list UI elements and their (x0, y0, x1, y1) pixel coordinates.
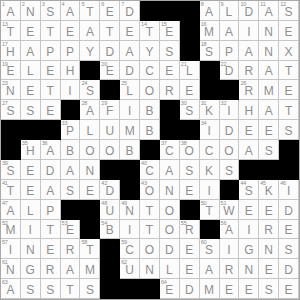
cell-letter: N (1, 85, 20, 98)
cell-letter: R (220, 264, 239, 277)
cell-r10c1[interactable]: 41T (1, 180, 21, 200)
cell-r3c6[interactable]: D (100, 41, 120, 61)
cell-r5c5[interactable]: 24S (80, 80, 100, 100)
cell-r7c14[interactable]: E (259, 120, 279, 140)
clue-number: 39 (2, 160, 8, 166)
cell-r15c1[interactable]: 63A (1, 279, 21, 299)
cell-r15c14[interactable]: S (259, 279, 279, 299)
cell-r12c15[interactable]: E (279, 220, 299, 240)
cell-r14c2[interactable]: G (21, 259, 41, 279)
cell-r5c8[interactable]: O (140, 80, 160, 100)
cell-r12c1[interactable]: 52M (1, 220, 21, 240)
cell-r3c9[interactable]: S (160, 41, 180, 61)
cell-r13c2[interactable]: N (21, 239, 41, 259)
cell-r13c10[interactable]: E (180, 239, 200, 259)
cell-r5c9[interactable]: R (160, 80, 180, 100)
black-cell-r9c15 (279, 160, 299, 180)
cell-r11c2[interactable]: L (21, 200, 41, 220)
cell-letter: E (21, 165, 40, 178)
cell-r1c5[interactable]: 5T (80, 1, 100, 21)
cell-letter: A (239, 46, 258, 59)
cell-r12c9[interactable]: O (160, 220, 180, 240)
clue-number: 51 (221, 200, 227, 206)
cell-letter: T (41, 224, 60, 237)
black-cell-r9c6 (100, 160, 120, 180)
cell-r6c11[interactable]: 31K (200, 100, 220, 120)
cell-r12c4[interactable]: 53E (61, 220, 81, 240)
cell-r15c3[interactable]: S (41, 279, 61, 299)
cell-r5c3[interactable]: T (41, 80, 61, 100)
cell-r2c7[interactable]: E (120, 21, 140, 41)
cell-letter: E (259, 264, 278, 277)
cell-r13c7[interactable]: 59C (120, 239, 140, 259)
cell-r5c2[interactable]: E (21, 80, 41, 100)
clue-number: 59 (121, 239, 127, 245)
cell-r10c6[interactable]: 42D (100, 180, 120, 200)
cell-r10c14[interactable]: 45K (259, 180, 279, 200)
cell-letter: Y (140, 46, 159, 59)
cell-letter: A (160, 165, 179, 178)
cell-letter: T (1, 185, 20, 198)
cell-r8c11[interactable]: C (200, 140, 220, 160)
cell-r15c5[interactable]: S (80, 279, 100, 299)
cell-letter: L (80, 125, 99, 138)
clue-number: 35 (22, 140, 28, 146)
clue-number: 24 (81, 80, 87, 86)
cell-r13c1[interactable]: 57I (1, 239, 21, 259)
cell-r13c9[interactable]: D (160, 239, 180, 259)
cell-letter: A (61, 165, 80, 178)
cell-letter: I (21, 224, 40, 237)
cell-r6c14[interactable]: A (259, 100, 279, 120)
cell-letter: E (80, 185, 99, 198)
cell-r7c5[interactable]: L (80, 120, 100, 140)
cell-r14c15[interactable]: D (279, 259, 299, 279)
cell-r3c5[interactable]: Y (80, 41, 100, 61)
cell-letter: O (140, 85, 159, 98)
cell-r5c13[interactable]: 26R (239, 80, 259, 100)
cell-r15c2[interactable]: S (21, 279, 41, 299)
cell-r11c3[interactable]: P (41, 200, 61, 220)
black-cell-r7c9 (160, 120, 180, 140)
cell-r5c7[interactable]: 25L (120, 80, 140, 100)
cell-r13c14[interactable]: N (259, 239, 279, 259)
cell-r8c2[interactable]: 35H (21, 140, 41, 160)
cell-r3c4[interactable]: P (61, 41, 81, 61)
cell-letter: B (100, 224, 119, 237)
cell-letter: C (120, 244, 139, 257)
cell-r13c11[interactable]: 60S (200, 239, 220, 259)
cell-r9c12[interactable]: S (220, 160, 240, 180)
clue-number: 55 (181, 220, 187, 226)
cell-r2c15[interactable]: E (279, 21, 299, 41)
cell-letter: A (200, 264, 219, 277)
cell-r4c9[interactable]: E (160, 61, 180, 81)
cell-r12c7[interactable]: I (120, 220, 140, 240)
clue-number: 3 (42, 1, 45, 7)
cell-r15c9[interactable]: 64E (160, 279, 180, 299)
cell-r14c14[interactable]: E (259, 259, 279, 279)
cell-r7c11[interactable]: 34I (200, 120, 220, 140)
cell-r4c7[interactable]: D (120, 61, 140, 81)
cell-letter: N (80, 165, 99, 178)
cell-r4c13[interactable]: R (239, 61, 259, 81)
cell-r11c15[interactable]: D (279, 200, 299, 220)
clue-number: 37 (161, 140, 167, 146)
cell-letter: A (259, 65, 278, 78)
cell-r10c15[interactable]: 46I (279, 180, 299, 200)
cell-r14c8[interactable]: N (140, 259, 160, 279)
cell-r4c12[interactable]: 22D (220, 61, 240, 81)
cell-r7c13[interactable]: E (239, 120, 259, 140)
cell-r1c11[interactable]: 8A (200, 1, 220, 21)
cell-r4c2[interactable]: L (21, 61, 41, 81)
cell-r3c15[interactable]: X (279, 41, 299, 61)
cell-r2c2[interactable]: E (21, 21, 41, 41)
cell-letter: M (259, 85, 278, 98)
cell-r9c3[interactable]: D (41, 160, 61, 180)
cell-r6c2[interactable]: S (21, 100, 41, 120)
cell-letter: B (140, 105, 159, 118)
black-cell-r5c6 (100, 80, 120, 100)
cell-letter: H (1, 46, 20, 59)
cell-r9c1[interactable]: 39S (1, 160, 21, 180)
cell-r11c8[interactable]: T (140, 200, 160, 220)
cell-r1c7[interactable]: 7D (120, 1, 140, 21)
cell-r14c12[interactable]: R (220, 259, 240, 279)
cell-letter: N (160, 185, 179, 198)
cell-r14c3[interactable]: R (41, 259, 61, 279)
cell-r1c12[interactable]: 9L (220, 1, 240, 21)
cell-letter: O (100, 145, 119, 158)
cell-r8c13[interactable]: A (239, 140, 259, 160)
cell-r10c4[interactable]: S (61, 180, 81, 200)
cell-r11c13[interactable]: E (239, 200, 259, 220)
clue-number: 36 (42, 140, 48, 146)
cell-r11c6[interactable]: 48U (100, 200, 120, 220)
cell-r6c13[interactable]: H (239, 100, 259, 120)
cell-letter: D (100, 46, 119, 59)
cell-letter: N (21, 6, 40, 19)
cell-letter: E (220, 284, 239, 297)
cell-r8c3[interactable]: 36A (41, 140, 61, 160)
cell-letter: N (259, 26, 278, 39)
cell-r13c15[interactable]: S (279, 239, 299, 259)
cell-letter: X (279, 46, 298, 59)
cell-r3c13[interactable]: A (239, 41, 259, 61)
cell-r7c7[interactable]: M (120, 120, 140, 140)
cell-r1c14[interactable]: 11A (259, 1, 279, 21)
cell-r13c5[interactable]: 58T (80, 239, 100, 259)
cell-letter: F (100, 105, 119, 118)
cell-letter: S (279, 125, 298, 138)
cell-r2c8[interactable]: 14T (140, 21, 160, 41)
cell-r5c4[interactable]: I (61, 80, 81, 100)
cell-r9c5[interactable]: N (80, 160, 100, 180)
cell-r15c15[interactable]: E (279, 279, 299, 299)
cell-r10c8[interactable]: 43O (140, 180, 160, 200)
cell-r1c6[interactable]: 6E (100, 1, 120, 21)
cell-r13c12[interactable]: I (220, 239, 240, 259)
cell-r10c9[interactable]: N (160, 180, 180, 200)
cell-r9c4[interactable]: A (61, 160, 81, 180)
cell-r2c4[interactable]: E (61, 21, 81, 41)
cell-letter: A (1, 6, 20, 19)
cell-letter: R (259, 224, 278, 237)
cell-letter: P (220, 46, 239, 59)
cell-r14c9[interactable]: L (160, 259, 180, 279)
cell-r15c10[interactable]: D (180, 279, 200, 299)
clue-number: 6 (101, 1, 104, 7)
cell-r8c5[interactable]: O (80, 140, 100, 160)
cell-r8c6[interactable]: O (100, 140, 120, 160)
cell-r11c11[interactable]: 50T (200, 200, 220, 220)
cell-r8c9[interactable]: 37C (160, 140, 180, 160)
cell-r14c4[interactable]: A (61, 259, 81, 279)
clue-number: 61 (2, 259, 8, 265)
clue-number: 13 (2, 21, 8, 27)
cell-letter: O (80, 145, 99, 158)
cell-r8c12[interactable]: O (220, 140, 240, 160)
cell-letter: T (80, 6, 99, 19)
cell-r4c10[interactable]: 21L (180, 61, 200, 81)
cell-r10c2[interactable]: E (21, 180, 41, 200)
cell-r8c7[interactable]: B (120, 140, 140, 160)
cell-letter: T (140, 224, 159, 237)
cell-letter: S (259, 284, 278, 297)
cell-r6c8[interactable]: B (140, 100, 160, 120)
cell-letter: E (100, 6, 119, 19)
clue-number: 8 (201, 1, 204, 7)
cell-letter: S (160, 46, 179, 59)
cell-letter: L (220, 6, 239, 19)
cell-r14c1[interactable]: 61N (1, 259, 21, 279)
cell-r3c14[interactable]: N (259, 41, 279, 61)
cell-letter: I (279, 185, 298, 198)
cell-letter: E (160, 65, 179, 78)
cell-r3c12[interactable]: P (220, 41, 240, 61)
cell-letter: E (239, 284, 258, 297)
cell-r5c15[interactable]: E (279, 80, 299, 100)
clue-number: 15 (161, 21, 167, 27)
cell-letter: A (1, 284, 20, 297)
cell-letter: L (21, 65, 40, 78)
cell-letter: Y (80, 46, 99, 59)
cell-r11c14[interactable]: E (259, 200, 279, 220)
cell-r2c6[interactable]: T (100, 21, 120, 41)
cell-letter: D (180, 284, 199, 297)
cell-letter: E (259, 205, 278, 218)
cell-letter: D (279, 205, 298, 218)
cell-letter: A (41, 185, 60, 198)
cell-letter: T (140, 205, 159, 218)
cell-letter: A (220, 224, 239, 237)
cell-r15c4[interactable]: T (61, 279, 81, 299)
cell-r3c7[interactable]: A (120, 41, 140, 61)
cell-r1c4[interactable]: 4A (61, 1, 81, 21)
black-cell-r11c10 (180, 200, 200, 220)
cell-r12c14[interactable]: R (259, 220, 279, 240)
cell-r2c3[interactable]: T (41, 21, 61, 41)
cell-letter: S (41, 6, 60, 19)
cell-r6c7[interactable]: I (120, 100, 140, 120)
cell-r4c4[interactable]: H (61, 61, 81, 81)
cell-r8c14[interactable]: S (259, 140, 279, 160)
cell-r4c1[interactable]: 19E (1, 61, 21, 81)
cell-r2c9[interactable]: 15E (160, 21, 180, 41)
cell-r3c8[interactable]: Y (140, 41, 160, 61)
cell-r6c6[interactable]: 29F (100, 100, 120, 120)
cell-r6c15[interactable]: T (279, 100, 299, 120)
cell-letter: S (80, 284, 99, 297)
cell-r1c2[interactable]: 2N (21, 1, 41, 21)
cell-r4c6[interactable]: 20E (100, 61, 120, 81)
cell-letter: D (239, 6, 258, 19)
cell-r15c12[interactable]: E (220, 279, 240, 299)
cell-r12c3[interactable]: T (41, 220, 61, 240)
cell-r12c13[interactable]: I (239, 220, 259, 240)
cell-r4c15[interactable]: T (279, 61, 299, 81)
cell-letter: E (61, 224, 80, 237)
cell-letter: I (200, 185, 219, 198)
cell-letter: D (120, 65, 139, 78)
cell-r3c2[interactable]: A (21, 41, 41, 61)
cell-r2c1[interactable]: 13T (1, 21, 21, 41)
cell-letter: M (120, 125, 139, 138)
black-cell-r12c5 (80, 220, 100, 240)
cell-r7c8[interactable]: B (140, 120, 160, 140)
cell-r3c11[interactable]: 18S (200, 41, 220, 61)
cell-r4c8[interactable]: C (140, 61, 160, 81)
cell-r1c13[interactable]: 10D (239, 1, 259, 21)
cell-r3c1[interactable]: 17H (1, 41, 21, 61)
clue-number: 46 (280, 180, 286, 186)
cell-letter: O (160, 205, 179, 218)
clue-number: 28 (81, 100, 87, 106)
cell-r7c15[interactable]: S (279, 120, 299, 140)
cell-r13c8[interactable]: O (140, 239, 160, 259)
cell-r10c11[interactable]: I (200, 180, 220, 200)
black-cell-r9c7 (120, 160, 140, 180)
cell-r12c10[interactable]: 55R (180, 220, 200, 240)
cell-r11c12[interactable]: 51W (220, 200, 240, 220)
black-cell-r9c13 (239, 160, 259, 180)
cell-r14c11[interactable]: A (200, 259, 220, 279)
clue-number: 26 (240, 80, 246, 86)
cell-r6c10[interactable]: 30S (180, 100, 200, 120)
cell-r2c5[interactable]: A (80, 21, 100, 41)
cell-r11c7[interactable]: 49N (120, 200, 140, 220)
cell-r10c10[interactable]: E (180, 180, 200, 200)
cell-r4c14[interactable]: A (259, 61, 279, 81)
cell-r9c8[interactable]: 40C (140, 160, 160, 180)
cell-r6c12[interactable]: 32I (220, 100, 240, 120)
cell-r9c9[interactable]: A (160, 160, 180, 180)
cell-r12c12[interactable]: 56A (220, 220, 240, 240)
cell-letter: L (21, 205, 40, 218)
cell-r12c8[interactable]: T (140, 220, 160, 240)
cell-letter: T (1, 26, 20, 39)
cell-r14c13[interactable]: N (239, 259, 259, 279)
cell-r2c12[interactable]: A (220, 21, 240, 41)
cell-r15c13[interactable]: E (239, 279, 259, 299)
cell-r15c11[interactable]: M (200, 279, 220, 299)
cell-r2c14[interactable]: N (259, 21, 279, 41)
cell-r5c1[interactable]: 23N (1, 80, 21, 100)
cell-r1c1[interactable]: 1A (1, 1, 21, 21)
cell-r13c13[interactable]: G (239, 239, 259, 259)
cell-r6c5[interactable]: 28A (80, 100, 100, 120)
cell-r10c13[interactable]: 44S (239, 180, 259, 200)
cell-r7c6[interactable]: U (100, 120, 120, 140)
cell-r4c3[interactable]: E (41, 61, 61, 81)
cell-letter: T (61, 284, 80, 297)
clue-number: 45 (260, 180, 266, 186)
cell-letter: S (180, 105, 199, 118)
cell-r5c14[interactable]: M (259, 80, 279, 100)
clue-number: 58 (81, 239, 87, 245)
cell-r14c5[interactable]: M (80, 259, 100, 279)
black-cell-r4c11 (200, 61, 220, 81)
cell-letter: C (140, 65, 159, 78)
cell-letter: M (200, 284, 219, 297)
clue-number: 53 (62, 220, 68, 226)
cell-letter: D (41, 165, 60, 178)
cell-r10c5[interactable]: E (80, 180, 100, 200)
cell-r11c1[interactable]: 47A (1, 200, 21, 220)
cell-letter: E (239, 205, 258, 218)
cell-r7c4[interactable]: 33P (61, 120, 81, 140)
black-cell-r10c7 (120, 180, 140, 200)
cell-r7c12[interactable]: D (220, 120, 240, 140)
black-cell-r1c9 (160, 1, 180, 21)
cell-r6c3[interactable]: E (41, 100, 61, 120)
cell-letter: S (80, 85, 99, 98)
cell-letter: T (279, 105, 298, 118)
cell-r10c3[interactable]: A (41, 180, 61, 200)
cell-r11c9[interactable]: O (160, 200, 180, 220)
cell-r12c2[interactable]: I (21, 220, 41, 240)
cell-r14c7[interactable]: 62U (120, 259, 140, 279)
cell-r13c4[interactable]: R (61, 239, 81, 259)
cell-r8c10[interactable]: 38O (180, 140, 200, 160)
cell-letter: A (61, 264, 80, 277)
cell-r2c13[interactable]: I (239, 21, 259, 41)
cell-r1c15[interactable]: 12S (279, 1, 299, 21)
cell-letter: T (200, 205, 219, 218)
cell-r9c2[interactable]: E (21, 160, 41, 180)
cell-letter: S (200, 46, 219, 59)
cell-r1c3[interactable]: 3S (41, 1, 61, 21)
clue-number: 57 (2, 239, 8, 245)
cell-letter: D (220, 65, 239, 78)
cell-r14c10[interactable]: E (180, 259, 200, 279)
cell-letter: S (279, 6, 298, 19)
cell-r5c10[interactable]: E (180, 80, 200, 100)
cell-letter: S (21, 105, 40, 118)
clue-number: 4 (62, 1, 65, 7)
cell-r9c11[interactable]: K (200, 160, 220, 180)
cell-r9c10[interactable]: S (180, 160, 200, 180)
cell-r13c3[interactable]: E (41, 239, 61, 259)
cell-r2c11[interactable]: 16M (200, 21, 220, 41)
cell-r3c3[interactable]: P (41, 41, 61, 61)
cell-r8c4[interactable]: B (61, 140, 81, 160)
cell-r6c1[interactable]: 27S (1, 100, 21, 120)
cell-r12c6[interactable]: 54B (100, 220, 120, 240)
cell-letter: T (41, 26, 60, 39)
black-cell-r6c9 (160, 100, 180, 120)
